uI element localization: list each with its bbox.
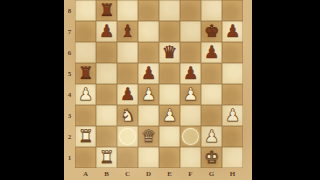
square-c7[interactable]: ♝: [117, 21, 138, 42]
white-knight-icon[interactable]: ♞: [120, 105, 135, 126]
square-f1[interactable]: [180, 147, 201, 168]
square-e8[interactable]: [159, 0, 180, 21]
white-king-icon[interactable]: ♚: [204, 147, 219, 168]
square-c3[interactable]: ♞: [117, 105, 138, 126]
white-queen-icon[interactable]: ♛: [141, 126, 156, 147]
black-pawn-icon[interactable]: ♟: [204, 42, 219, 63]
square-g3[interactable]: [201, 105, 222, 126]
square-c4[interactable]: ♟: [117, 84, 138, 105]
square-d2[interactable]: ♛: [138, 126, 159, 147]
black-pawn-icon[interactable]: ♟: [225, 21, 240, 42]
square-g5[interactable]: [201, 63, 222, 84]
square-f4[interactable]: ♟: [180, 84, 201, 105]
square-h6[interactable]: [222, 42, 243, 63]
white-pawn-icon[interactable]: ♟: [225, 105, 240, 126]
square-d3[interactable]: [138, 105, 159, 126]
annotation-circle-c2: [119, 128, 136, 145]
square-e2[interactable]: [159, 126, 180, 147]
square-b1[interactable]: ♜: [96, 147, 117, 168]
square-e1[interactable]: [159, 147, 180, 168]
square-g1[interactable]: ♚: [201, 147, 222, 168]
square-a3[interactable]: [75, 105, 96, 126]
square-g6[interactable]: ♟: [201, 42, 222, 63]
square-b2[interactable]: [96, 126, 117, 147]
black-queen-icon[interactable]: ♛: [162, 42, 177, 63]
file-label-a: A: [75, 168, 96, 180]
square-h4[interactable]: [222, 84, 243, 105]
square-a4[interactable]: ♟: [75, 84, 96, 105]
square-c2[interactable]: [117, 126, 138, 147]
annotation-circle-f2: [182, 128, 199, 145]
square-b6[interactable]: [96, 42, 117, 63]
white-pawn-icon[interactable]: ♟: [141, 84, 156, 105]
square-d6[interactable]: [138, 42, 159, 63]
square-d8[interactable]: [138, 0, 159, 21]
white-rook-icon[interactable]: ♜: [99, 147, 114, 168]
square-a8[interactable]: [75, 0, 96, 21]
square-f5[interactable]: ♟: [180, 63, 201, 84]
white-rook-icon[interactable]: ♜: [78, 126, 93, 147]
square-g4[interactable]: [201, 84, 222, 105]
square-b3[interactable]: [96, 105, 117, 126]
square-g8[interactable]: [201, 0, 222, 21]
black-pawn-icon[interactable]: ♟: [141, 63, 156, 84]
rank-label-1: 1: [64, 147, 75, 168]
file-label-f: F: [180, 168, 201, 180]
file-label-c: C: [117, 168, 138, 180]
rank-label-5: 5: [64, 63, 75, 84]
square-e7[interactable]: [159, 21, 180, 42]
square-b5[interactable]: [96, 63, 117, 84]
square-f8[interactable]: [180, 0, 201, 21]
square-b4[interactable]: [96, 84, 117, 105]
square-h3[interactable]: ♟: [222, 105, 243, 126]
file-label-e: E: [159, 168, 180, 180]
file-label-h: H: [222, 168, 243, 180]
file-label-g: G: [201, 168, 222, 180]
square-f3[interactable]: [180, 105, 201, 126]
square-c8[interactable]: [117, 0, 138, 21]
square-f7[interactable]: [180, 21, 201, 42]
rank-label-4: 4: [64, 84, 75, 105]
square-h5[interactable]: [222, 63, 243, 84]
square-a1[interactable]: [75, 147, 96, 168]
square-e4[interactable]: [159, 84, 180, 105]
square-a5[interactable]: ♜: [75, 63, 96, 84]
file-label-b: B: [96, 168, 117, 180]
square-d7[interactable]: [138, 21, 159, 42]
black-bishop-icon[interactable]: ♝: [120, 21, 135, 42]
square-h8[interactable]: [222, 0, 243, 21]
square-c1[interactable]: [117, 147, 138, 168]
rank-label-8: 8: [64, 0, 75, 21]
white-pawn-icon[interactable]: ♟: [204, 126, 219, 147]
square-d1[interactable]: [138, 147, 159, 168]
square-e3[interactable]: ♟: [159, 105, 180, 126]
square-g7[interactable]: ♚: [201, 21, 222, 42]
square-f2[interactable]: [180, 126, 201, 147]
square-b8[interactable]: ♜: [96, 0, 117, 21]
rank-label-6: 6: [64, 42, 75, 63]
rank-label-2: 2: [64, 126, 75, 147]
black-rook-icon[interactable]: ♜: [99, 0, 114, 21]
black-king-icon[interactable]: ♚: [204, 21, 219, 42]
white-pawn-icon[interactable]: ♟: [78, 84, 93, 105]
square-h2[interactable]: [222, 126, 243, 147]
rank-label-3: 3: [64, 105, 75, 126]
square-c5[interactable]: [117, 63, 138, 84]
file-label-d: D: [138, 168, 159, 180]
square-c6[interactable]: [117, 42, 138, 63]
square-h1[interactable]: [222, 147, 243, 168]
square-d4[interactable]: ♟: [138, 84, 159, 105]
black-rook-icon[interactable]: ♜: [78, 63, 93, 84]
black-pawn-icon[interactable]: ♟: [120, 84, 135, 105]
square-e6[interactable]: ♛: [159, 42, 180, 63]
black-pawn-icon[interactable]: ♟: [183, 63, 198, 84]
square-e5[interactable]: [159, 63, 180, 84]
white-pawn-icon[interactable]: ♟: [162, 105, 177, 126]
square-a2[interactable]: ♜: [75, 126, 96, 147]
square-d5[interactable]: ♟: [138, 63, 159, 84]
black-pawn-icon[interactable]: ♟: [99, 21, 114, 42]
square-a7[interactable]: [75, 21, 96, 42]
white-pawn-icon[interactable]: ♟: [183, 84, 198, 105]
square-a6[interactable]: [75, 42, 96, 63]
square-g2[interactable]: ♟: [201, 126, 222, 147]
square-f6[interactable]: [180, 42, 201, 63]
rank-label-7: 7: [64, 21, 75, 42]
square-h7[interactable]: ♟: [222, 21, 243, 42]
square-b7[interactable]: ♟: [96, 21, 117, 42]
chessboard: 87654321♜♟♝♚♟♛♟♜♟♟♟♟♟♟♞♟♟♜♛♟♜♚ABCDEFGH: [64, 0, 252, 180]
